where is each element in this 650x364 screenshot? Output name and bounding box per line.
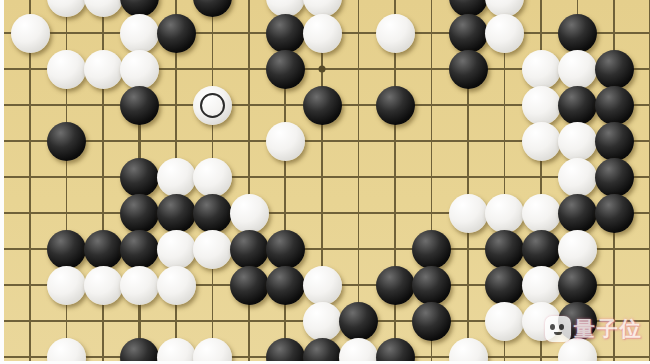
board-cell-c15-r1 bbox=[559, 15, 596, 51]
board-cell-c16-r6 bbox=[596, 195, 633, 231]
board-cell-c8-r0 bbox=[304, 0, 341, 15]
white-stone bbox=[193, 158, 232, 197]
qbitai-panda-chat-icon bbox=[545, 316, 571, 342]
board-cell-c15-r2 bbox=[559, 51, 596, 87]
white-stone bbox=[522, 50, 561, 89]
black-stone bbox=[339, 302, 378, 341]
black-stone bbox=[558, 86, 597, 125]
board-cell-c6-r7 bbox=[231, 231, 268, 267]
black-stone bbox=[230, 230, 269, 269]
board-cell-c7-r2 bbox=[267, 51, 304, 87]
white-stone bbox=[157, 158, 196, 197]
white-stone bbox=[376, 14, 415, 53]
watermark: 量子位 bbox=[545, 316, 643, 342]
board-cell-c1-r8 bbox=[48, 267, 85, 303]
black-stone bbox=[558, 194, 597, 233]
board-cell-c5-r0 bbox=[194, 0, 231, 15]
board-cell-c5-r5 bbox=[194, 159, 231, 195]
white-stone bbox=[303, 266, 342, 305]
board-cell-c7-r4 bbox=[267, 123, 304, 159]
board-cell-c16-r4 bbox=[596, 123, 633, 159]
black-stone bbox=[120, 194, 159, 233]
board-cell-c16-r2 bbox=[596, 51, 633, 87]
black-stone bbox=[266, 14, 305, 53]
white-stone-last-move bbox=[193, 86, 232, 125]
white-stone bbox=[522, 266, 561, 305]
board-cell-c13-r9 bbox=[486, 303, 523, 339]
board-cell-c2-r7 bbox=[85, 231, 122, 267]
board-cell-c3-r1 bbox=[121, 15, 158, 51]
board-cell-c4-r5 bbox=[158, 159, 195, 195]
board-cell-c1-r7 bbox=[48, 231, 85, 267]
black-stone bbox=[558, 14, 597, 53]
board-cell-c3-r3 bbox=[121, 87, 158, 123]
black-stone bbox=[157, 14, 196, 53]
board-cell-c7-r7 bbox=[267, 231, 304, 267]
white-stone bbox=[84, 266, 123, 305]
board-cell-c11-r9 bbox=[413, 303, 450, 339]
black-stone bbox=[47, 122, 86, 161]
black-stone bbox=[230, 266, 269, 305]
board-cell-c1-r2 bbox=[48, 51, 85, 87]
board-cell-c3-r2 bbox=[121, 51, 158, 87]
white-stone bbox=[157, 266, 196, 305]
board-cell-c7-r8 bbox=[267, 267, 304, 303]
frame-edge-left bbox=[0, 0, 4, 364]
black-stone bbox=[449, 50, 488, 89]
white-stone bbox=[522, 122, 561, 161]
watermark-text: 量子位 bbox=[574, 316, 643, 342]
black-stone bbox=[303, 86, 342, 125]
black-stone bbox=[120, 158, 159, 197]
board-cell-c15-r6 bbox=[559, 195, 596, 231]
white-stone bbox=[84, 50, 123, 89]
board-cell-c2-r2 bbox=[85, 51, 122, 87]
board-cell-c4-r7 bbox=[158, 231, 195, 267]
board-cell-c5-r6 bbox=[194, 195, 231, 231]
board-cell-c4-r6 bbox=[158, 195, 195, 231]
white-stone bbox=[230, 194, 269, 233]
board-cell-c6-r6 bbox=[231, 195, 268, 231]
white-stone bbox=[84, 0, 123, 17]
white-stone bbox=[11, 14, 50, 53]
board-cell-c10-r8 bbox=[377, 267, 414, 303]
board-cell-c14-r7 bbox=[523, 231, 560, 267]
white-stone bbox=[120, 14, 159, 53]
board-cell-c14-r3 bbox=[523, 87, 560, 123]
white-stone bbox=[558, 122, 597, 161]
board-cell-c15-r5 bbox=[559, 159, 596, 195]
go-board bbox=[12, 0, 633, 364]
video-frame: 量子位 bbox=[0, 0, 650, 364]
board-cell-c14-r6 bbox=[523, 195, 560, 231]
board-cell-c12-r6 bbox=[450, 195, 487, 231]
black-stone bbox=[266, 266, 305, 305]
black-stone bbox=[595, 122, 634, 161]
board-cell-c13-r0 bbox=[486, 0, 523, 15]
black-stone bbox=[193, 194, 232, 233]
white-stone bbox=[485, 302, 524, 341]
board-cell-c13-r1 bbox=[486, 15, 523, 51]
white-stone bbox=[266, 122, 305, 161]
white-stone bbox=[47, 50, 86, 89]
board-cell-c5-r7 bbox=[194, 231, 231, 267]
white-stone bbox=[120, 266, 159, 305]
board-cell-c15-r8 bbox=[559, 267, 596, 303]
black-stone bbox=[376, 86, 415, 125]
board-cell-c12-r1 bbox=[450, 15, 487, 51]
black-stone bbox=[376, 266, 415, 305]
board-cell-c8-r8 bbox=[304, 267, 341, 303]
black-stone bbox=[84, 230, 123, 269]
board-cell-c16-r5 bbox=[596, 159, 633, 195]
board-cell-c6-r8 bbox=[231, 267, 268, 303]
black-stone bbox=[266, 230, 305, 269]
white-stone bbox=[157, 230, 196, 269]
board-cell-c3-r5 bbox=[121, 159, 158, 195]
black-stone bbox=[412, 230, 451, 269]
board-cell-c7-r0 bbox=[267, 0, 304, 15]
white-stone bbox=[485, 14, 524, 53]
white-stone bbox=[558, 230, 597, 269]
board-cell-c1-r4 bbox=[48, 123, 85, 159]
board-cell-c13-r6 bbox=[486, 195, 523, 231]
board-cell-c8-r3 bbox=[304, 87, 341, 123]
black-stone bbox=[595, 86, 634, 125]
black-stone bbox=[595, 50, 634, 89]
board-cell-c2-r8 bbox=[85, 267, 122, 303]
board-cell-c3-r0 bbox=[121, 0, 158, 15]
black-stone bbox=[485, 266, 524, 305]
black-stone bbox=[412, 266, 451, 305]
black-stone bbox=[120, 230, 159, 269]
board-cell-c15-r3 bbox=[559, 87, 596, 123]
board-cell-c14-r8 bbox=[523, 267, 560, 303]
white-stone bbox=[449, 194, 488, 233]
white-stone bbox=[522, 86, 561, 125]
board-cell-c16-r3 bbox=[596, 87, 633, 123]
board-cell-c10-r1 bbox=[377, 15, 414, 51]
white-stone bbox=[193, 230, 232, 269]
white-stone bbox=[485, 194, 524, 233]
black-stone bbox=[595, 158, 634, 197]
board-cell-c2-r0 bbox=[85, 0, 122, 15]
board-cell-c8-r9 bbox=[304, 303, 341, 339]
white-stone bbox=[47, 0, 86, 17]
black-stone bbox=[595, 194, 634, 233]
black-stone bbox=[522, 230, 561, 269]
black-stone bbox=[120, 86, 159, 125]
black-stone bbox=[449, 14, 488, 53]
white-stone bbox=[120, 50, 159, 89]
white-stone bbox=[303, 14, 342, 53]
black-stone bbox=[412, 302, 451, 341]
board-cell-c13-r7 bbox=[486, 231, 523, 267]
board-cell-c11-r8 bbox=[413, 267, 450, 303]
board-cell-c1-r0 bbox=[48, 0, 85, 15]
board-cell-c15-r4 bbox=[559, 123, 596, 159]
board-cell-c8-r1 bbox=[304, 15, 341, 51]
black-stone bbox=[266, 50, 305, 89]
board-cell-c12-r2 bbox=[450, 51, 487, 87]
white-stone bbox=[558, 158, 597, 197]
board-cell-c4-r1 bbox=[158, 15, 195, 51]
board-cell-c12-r0 bbox=[450, 0, 487, 15]
board-cell-c3-r7 bbox=[121, 231, 158, 267]
last-move-circle-marker bbox=[200, 93, 225, 118]
black-stone bbox=[157, 194, 196, 233]
board-cell-c7-r1 bbox=[267, 15, 304, 51]
black-stone bbox=[47, 230, 86, 269]
board-cell-c9-r9 bbox=[340, 303, 377, 339]
white-stone bbox=[522, 194, 561, 233]
board-cell-c0-r1 bbox=[12, 15, 49, 51]
board-cell-c5-r3 bbox=[194, 87, 231, 123]
board-cell-c11-r7 bbox=[413, 231, 450, 267]
board-cell-c15-r7 bbox=[559, 231, 596, 267]
black-stone bbox=[485, 230, 524, 269]
white-stone bbox=[47, 266, 86, 305]
board-cell-c3-r8 bbox=[121, 267, 158, 303]
white-stone bbox=[558, 50, 597, 89]
board-cell-c10-r3 bbox=[377, 87, 414, 123]
board-cell-c14-r2 bbox=[523, 51, 560, 87]
black-stone bbox=[193, 0, 232, 17]
black-stone bbox=[558, 266, 597, 305]
board-cell-c4-r8 bbox=[158, 267, 195, 303]
board-cell-c14-r4 bbox=[523, 123, 560, 159]
white-stone bbox=[303, 302, 342, 341]
board-cell-c3-r6 bbox=[121, 195, 158, 231]
board-cell-c13-r8 bbox=[486, 267, 523, 303]
star-point bbox=[319, 66, 326, 73]
